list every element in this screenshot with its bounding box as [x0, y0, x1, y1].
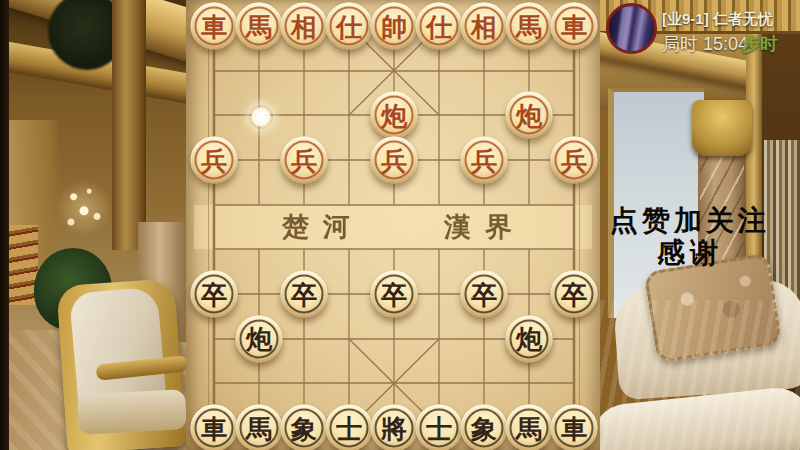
piece-black-soldier[interactable]: 卒 — [191, 271, 238, 318]
red-horse-glyph: 馬 — [516, 13, 542, 39]
stream-frame: 楚河 漢界 車馬相仕帥仕相馬車炮炮兵兵兵兵兵卒卒卒卒卒炮炮車馬象士將士象馬車 [… — [0, 0, 800, 450]
piece-red-horse[interactable]: 馬 — [236, 3, 283, 50]
piece-red-soldier[interactable]: 兵 — [551, 137, 598, 184]
piece-red-horse[interactable]: 馬 — [506, 3, 553, 50]
red-soldier-glyph: 兵 — [381, 147, 407, 173]
piece-black-elephant[interactable]: 象 — [461, 405, 508, 450]
red-chariot-glyph: 車 — [561, 13, 587, 39]
piece-black-elephant[interactable]: 象 — [281, 405, 328, 450]
piece-black-cannon[interactable]: 炮 — [236, 315, 283, 362]
black-soldier-glyph: 卒 — [291, 281, 317, 307]
black-chariot-glyph: 車 — [561, 415, 587, 441]
black-soldier-glyph: 卒 — [471, 281, 497, 307]
streamer-avatar[interactable] — [606, 3, 657, 54]
piece-black-cannon[interactable]: 炮 — [506, 315, 553, 362]
black-soldier-glyph: 卒 — [201, 281, 227, 307]
piece-black-chariot[interactable]: 車 — [191, 405, 238, 450]
piece-black-soldier[interactable]: 卒 — [461, 271, 508, 318]
piece-red-elephant[interactable]: 相 — [281, 3, 328, 50]
black-advisor-glyph: 士 — [336, 415, 362, 441]
red-soldier-glyph: 兵 — [561, 147, 587, 173]
piece-red-general[interactable]: 帥 — [371, 3, 418, 50]
piece-black-soldier[interactable]: 卒 — [551, 271, 598, 318]
black-soldier-glyph: 卒 — [561, 281, 587, 307]
piece-red-advisor[interactable]: 仕 — [326, 3, 373, 50]
black-advisor-glyph: 士 — [426, 415, 452, 441]
piece-red-soldier[interactable]: 兵 — [191, 137, 238, 184]
black-horse-glyph: 馬 — [246, 415, 272, 441]
red-horse-glyph: 馬 — [246, 13, 272, 39]
piece-red-elephant[interactable]: 相 — [461, 3, 508, 50]
piece-red-cannon[interactable]: 炮 — [371, 92, 418, 139]
piece-black-soldier[interactable]: 卒 — [281, 271, 328, 318]
black-soldier-glyph: 卒 — [381, 281, 407, 307]
red-cannon-glyph: 炮 — [516, 102, 542, 128]
piece-black-horse[interactable]: 馬 — [506, 405, 553, 450]
black-elephant-glyph: 象 — [471, 415, 497, 441]
banner-line-2: 感谢 — [602, 238, 778, 268]
last-move-marker — [249, 105, 273, 129]
red-soldier-glyph: 兵 — [201, 147, 227, 173]
piece-red-chariot[interactable]: 車 — [191, 3, 238, 50]
piece-black-chariot[interactable]: 車 — [551, 405, 598, 450]
red-elephant-glyph: 相 — [471, 13, 497, 39]
piece-red-chariot[interactable]: 車 — [551, 3, 598, 50]
move-time-text: 步时 — [742, 32, 778, 56]
black-elephant-glyph: 象 — [291, 415, 317, 441]
red-general-glyph: 帥 — [381, 13, 407, 39]
piece-red-soldier[interactable]: 兵 — [281, 137, 328, 184]
like-subscribe-banner: 点赞加关注 感谢 — [602, 204, 778, 270]
black-horse-glyph: 馬 — [516, 415, 542, 441]
player-name-label: [业9-1] 仁者无忧 — [662, 10, 800, 30]
piece-black-advisor[interactable]: 士 — [326, 405, 373, 450]
red-soldier-glyph: 兵 — [291, 147, 317, 173]
piece-red-soldier[interactable]: 兵 — [371, 137, 418, 184]
piece-black-general[interactable]: 將 — [371, 405, 418, 450]
black-cannon-glyph: 炮 — [516, 326, 542, 352]
red-advisor-glyph: 仕 — [426, 13, 452, 39]
game-time-label: 局时 15:04 — [662, 32, 752, 54]
piece-black-horse[interactable]: 馬 — [236, 405, 283, 450]
black-cannon-glyph: 炮 — [246, 326, 272, 352]
black-chariot-glyph: 車 — [201, 415, 227, 441]
red-advisor-glyph: 仕 — [336, 13, 362, 39]
black-general-glyph: 將 — [381, 415, 407, 441]
red-chariot-glyph: 車 — [201, 13, 227, 39]
move-time-label: 步时0 — [742, 32, 800, 54]
piece-red-soldier[interactable]: 兵 — [461, 137, 508, 184]
piece-black-soldier[interactable]: 卒 — [371, 271, 418, 318]
red-elephant-glyph: 相 — [291, 13, 317, 39]
red-cannon-glyph: 炮 — [381, 102, 407, 128]
red-soldier-glyph: 兵 — [471, 147, 497, 173]
piece-black-advisor[interactable]: 士 — [416, 405, 463, 450]
piece-red-advisor[interactable]: 仕 — [416, 3, 463, 50]
banner-line-1: 点赞加关注 — [602, 204, 778, 238]
piece-red-cannon[interactable]: 炮 — [506, 92, 553, 139]
